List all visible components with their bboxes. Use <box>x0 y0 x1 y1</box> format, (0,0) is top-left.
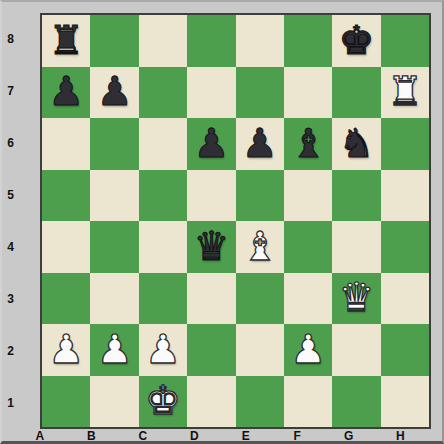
file-label: F <box>272 429 324 443</box>
square-g4[interactable] <box>332 221 380 273</box>
rank-labels: 87654321 <box>2 13 19 429</box>
piece-black-pawn[interactable]: ♟ <box>242 123 278 163</box>
square-b3[interactable] <box>90 273 138 325</box>
file-label: G <box>323 429 375 443</box>
rank-label: 3 <box>2 273 19 325</box>
square-g7[interactable] <box>332 67 380 119</box>
file-label: B <box>66 429 118 443</box>
piece-black-pawn[interactable]: ♟ <box>193 123 229 163</box>
square-a7[interactable]: ♟ <box>42 67 90 119</box>
piece-white-pawn[interactable]: ♟ <box>145 329 181 369</box>
piece-black-king[interactable]: ♚ <box>339 20 375 60</box>
square-c6[interactable] <box>139 118 187 170</box>
file-label: A <box>14 429 66 443</box>
square-d4[interactable]: ♛ <box>187 221 235 273</box>
piece-white-pawn[interactable]: ♟ <box>290 329 326 369</box>
square-f1[interactable] <box>284 376 332 428</box>
square-d7[interactable] <box>187 67 235 119</box>
square-g2[interactable] <box>332 324 380 376</box>
square-b5[interactable] <box>90 170 138 222</box>
square-f3[interactable] <box>284 273 332 325</box>
square-c8[interactable] <box>139 15 187 67</box>
square-g5[interactable] <box>332 170 380 222</box>
square-f6[interactable]: ♝ <box>284 118 332 170</box>
file-label: C <box>117 429 169 443</box>
square-g6[interactable]: ♞ <box>332 118 380 170</box>
piece-white-king[interactable]: ♚ <box>145 380 181 420</box>
square-e6[interactable]: ♟ <box>236 118 284 170</box>
square-h7[interactable]: ♜ <box>381 67 429 119</box>
piece-black-queen[interactable]: ♛ <box>193 226 229 266</box>
square-a3[interactable] <box>42 273 90 325</box>
square-e2[interactable] <box>236 324 284 376</box>
square-b4[interactable] <box>90 221 138 273</box>
square-a1[interactable] <box>42 376 90 428</box>
square-d8[interactable] <box>187 15 235 67</box>
square-a6[interactable] <box>42 118 90 170</box>
square-g8[interactable]: ♚ <box>332 15 380 67</box>
chess-board-frame: 87654321 ♜♚♟♟♜♟♟♝♞♛♝♛♟♟♟♟♚ ABCDEFGH <box>0 0 444 444</box>
chess-board: ♜♚♟♟♜♟♟♝♞♛♝♛♟♟♟♟♚ <box>40 13 431 429</box>
piece-white-bishop[interactable]: ♝ <box>242 226 278 266</box>
square-h2[interactable] <box>381 324 429 376</box>
square-b6[interactable] <box>90 118 138 170</box>
file-labels: ABCDEFGH <box>14 429 426 443</box>
rank-label: 6 <box>2 117 19 169</box>
square-e1[interactable] <box>236 376 284 428</box>
piece-white-pawn[interactable]: ♟ <box>97 329 133 369</box>
square-c5[interactable] <box>139 170 187 222</box>
square-d3[interactable] <box>187 273 235 325</box>
square-e7[interactable] <box>236 67 284 119</box>
square-h3[interactable] <box>381 273 429 325</box>
square-g3[interactable]: ♛ <box>332 273 380 325</box>
file-label: H <box>375 429 427 443</box>
rank-label: 7 <box>2 65 19 117</box>
square-b1[interactable] <box>90 376 138 428</box>
square-b2[interactable]: ♟ <box>90 324 138 376</box>
square-h6[interactable] <box>381 118 429 170</box>
file-label: E <box>220 429 272 443</box>
square-g1[interactable] <box>332 376 380 428</box>
square-a8[interactable]: ♜ <box>42 15 90 67</box>
square-h1[interactable] <box>381 376 429 428</box>
piece-white-rook[interactable]: ♜ <box>387 71 423 111</box>
square-e4[interactable]: ♝ <box>236 221 284 273</box>
square-h5[interactable] <box>381 170 429 222</box>
square-c2[interactable]: ♟ <box>139 324 187 376</box>
square-h8[interactable] <box>381 15 429 67</box>
rank-label: 5 <box>2 169 19 221</box>
square-a5[interactable] <box>42 170 90 222</box>
square-f2[interactable]: ♟ <box>284 324 332 376</box>
square-a2[interactable]: ♟ <box>42 324 90 376</box>
square-d1[interactable] <box>187 376 235 428</box>
piece-black-bishop[interactable]: ♝ <box>290 123 326 163</box>
square-h4[interactable] <box>381 221 429 273</box>
piece-black-pawn[interactable]: ♟ <box>97 71 133 111</box>
square-c4[interactable] <box>139 221 187 273</box>
piece-black-pawn[interactable]: ♟ <box>48 71 84 111</box>
file-label: D <box>169 429 221 443</box>
square-d6[interactable]: ♟ <box>187 118 235 170</box>
square-c7[interactable] <box>139 67 187 119</box>
square-b7[interactable]: ♟ <box>90 67 138 119</box>
square-e3[interactable] <box>236 273 284 325</box>
piece-black-rook[interactable]: ♜ <box>48 20 84 60</box>
piece-white-queen[interactable]: ♛ <box>339 277 375 317</box>
rank-label: 2 <box>2 325 19 377</box>
square-e8[interactable] <box>236 15 284 67</box>
square-d2[interactable] <box>187 324 235 376</box>
square-b8[interactable] <box>90 15 138 67</box>
piece-black-knight[interactable]: ♞ <box>339 123 375 163</box>
square-f8[interactable] <box>284 15 332 67</box>
square-f4[interactable] <box>284 221 332 273</box>
piece-white-pawn[interactable]: ♟ <box>48 329 84 369</box>
rank-label: 1 <box>2 377 19 429</box>
rank-label: 8 <box>2 13 19 65</box>
square-f5[interactable] <box>284 170 332 222</box>
square-e5[interactable] <box>236 170 284 222</box>
square-d5[interactable] <box>187 170 235 222</box>
square-c1[interactable]: ♚ <box>139 376 187 428</box>
square-a4[interactable] <box>42 221 90 273</box>
square-c3[interactable] <box>139 273 187 325</box>
square-f7[interactable] <box>284 67 332 119</box>
rank-label: 4 <box>2 221 19 273</box>
